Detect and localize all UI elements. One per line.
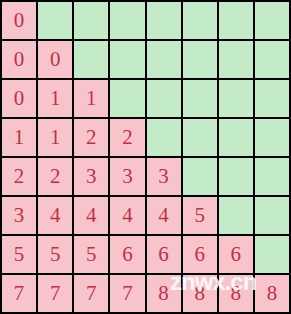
grid-cell-value: 8 — [255, 275, 289, 312]
grid-cell-empty — [183, 80, 217, 117]
grid-cell-value: 8 — [183, 275, 217, 312]
grid-cell-value: 0 — [38, 41, 72, 78]
grid-cell-value: 7 — [74, 275, 108, 312]
grid-cell-empty — [183, 41, 217, 78]
grid-cell-empty — [183, 158, 217, 195]
grid-cell-value: 5 — [2, 236, 36, 273]
grid-cell-empty — [147, 119, 181, 156]
grid-cell-empty — [110, 2, 144, 39]
grid-cell-empty — [255, 119, 289, 156]
grid-cell-value: 4 — [38, 197, 72, 234]
grid-cell-empty — [74, 41, 108, 78]
grid-cell-value: 0 — [2, 2, 36, 39]
number-grid-board: 000011112222333344445555666677778888 — [0, 0, 291, 314]
grid-cell-value: 1 — [38, 119, 72, 156]
grid-cell-empty — [219, 2, 253, 39]
grid-cell-value: 6 — [110, 236, 144, 273]
grid-cell-empty — [147, 80, 181, 117]
grid-cell-value: 0 — [2, 41, 36, 78]
grid-cell-value: 7 — [38, 275, 72, 312]
grid-cell-value: 7 — [110, 275, 144, 312]
grid-cell-empty — [183, 119, 217, 156]
grid-cell-empty — [147, 2, 181, 39]
grid-cell-empty — [38, 2, 72, 39]
grid-cell-value: 2 — [2, 158, 36, 195]
grid-cell-value: 3 — [2, 197, 36, 234]
grid-cell-value: 3 — [74, 158, 108, 195]
grid-cell-empty — [110, 41, 144, 78]
grid-cell-value: 6 — [147, 236, 181, 273]
grid-cell-empty — [255, 80, 289, 117]
grid-cell-empty — [147, 41, 181, 78]
grid-cell-value: 2 — [110, 119, 144, 156]
grid-cell-empty — [219, 119, 253, 156]
grid-cell-empty — [255, 2, 289, 39]
grid-cell-empty — [110, 80, 144, 117]
grid-cell-value: 8 — [147, 275, 181, 312]
grid-cell-value: 5 — [74, 236, 108, 273]
grid-cell-value: 5 — [38, 236, 72, 273]
grid-cell-empty — [219, 80, 253, 117]
grid-cell-value: 2 — [38, 158, 72, 195]
grid-cell-value: 6 — [219, 236, 253, 273]
grid-cell-value: 1 — [74, 80, 108, 117]
grid-cell-empty — [255, 236, 289, 273]
grid-cell-empty — [255, 158, 289, 195]
grid-cell-value: 4 — [74, 197, 108, 234]
grid-cell-value: 4 — [110, 197, 144, 234]
grid-cell-value: 0 — [2, 80, 36, 117]
grid-cell-value: 4 — [147, 197, 181, 234]
grid-cell-value: 7 — [2, 275, 36, 312]
grid-cell-empty — [255, 197, 289, 234]
grid-cell-value: 5 — [183, 197, 217, 234]
grid-cell-value: 1 — [38, 80, 72, 117]
grid-cell-value: 6 — [183, 236, 217, 273]
grid-cell-value: 3 — [147, 158, 181, 195]
grid-cell-empty — [183, 2, 217, 39]
grid-cell-empty — [219, 197, 253, 234]
grid-cell-empty — [255, 41, 289, 78]
grid-cell-empty — [219, 41, 253, 78]
grid-cell-value: 2 — [74, 119, 108, 156]
grid-cell-value: 8 — [219, 275, 253, 312]
grid-cell-empty — [74, 2, 108, 39]
grid-cell-value: 3 — [110, 158, 144, 195]
grid-cell-empty — [219, 158, 253, 195]
grid-cell-value: 1 — [2, 119, 36, 156]
